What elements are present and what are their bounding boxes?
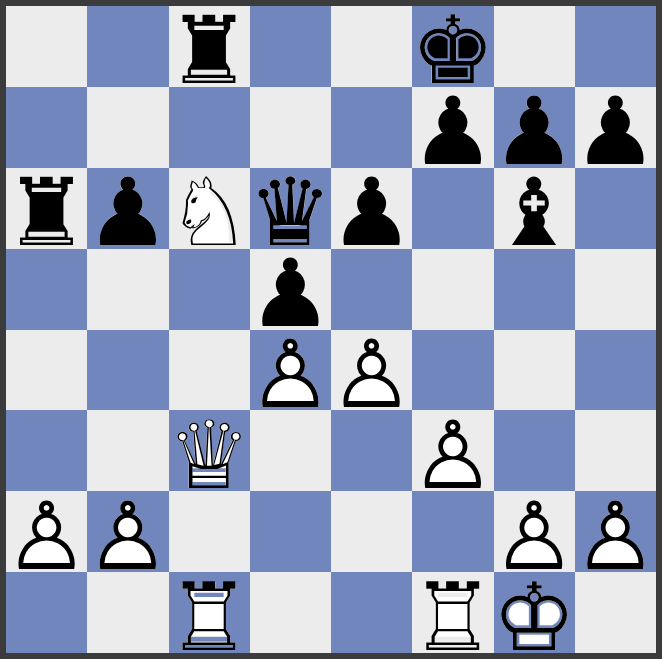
white-knight-piece[interactable]: ♞♘ (169, 168, 250, 249)
square-e5[interactable] (331, 249, 412, 330)
square-g6[interactable]: ♗♝ (494, 168, 575, 249)
square-b8[interactable] (87, 6, 168, 87)
square-d3[interactable] (250, 410, 331, 491)
square-h2[interactable]: ♟♙ (575, 491, 656, 572)
black-pawn-piece[interactable]: ♙♟ (494, 87, 575, 168)
square-e1[interactable] (331, 572, 412, 653)
white-king-icon: ♔ (492, 571, 576, 659)
square-c7[interactable] (169, 87, 250, 168)
square-d5[interactable]: ♙♟ (250, 249, 331, 330)
black-pawn-piece[interactable]: ♙♟ (250, 249, 331, 330)
square-f3[interactable]: ♟♙ (412, 410, 493, 491)
square-e6[interactable]: ♙♟ (331, 168, 412, 249)
square-b6[interactable]: ♙♟ (87, 168, 168, 249)
square-h4[interactable] (575, 330, 656, 411)
white-rook-piece[interactable]: ♜♖ (169, 572, 250, 653)
square-g3[interactable] (494, 410, 575, 491)
black-pawn-piece[interactable]: ♙♟ (575, 87, 656, 168)
square-e7[interactable] (331, 87, 412, 168)
square-b5[interactable] (87, 249, 168, 330)
square-g4[interactable] (494, 330, 575, 411)
black-pawn-piece[interactable]: ♙♟ (412, 87, 493, 168)
white-rook-icon: ♖ (167, 571, 251, 659)
black-pawn-piece[interactable]: ♙♟ (87, 168, 168, 249)
square-d6[interactable]: ♕♛ (250, 168, 331, 249)
white-pawn-icon: ♙ (248, 328, 332, 422)
square-h1[interactable] (575, 572, 656, 653)
square-h6[interactable] (575, 168, 656, 249)
white-pawn-icon: ♙ (573, 490, 657, 584)
square-f6[interactable] (412, 168, 493, 249)
square-a6[interactable]: ♖♜ (6, 168, 87, 249)
white-rook-icon: ♖ (411, 571, 495, 659)
white-pawn-piece[interactable]: ♟♙ (250, 330, 331, 411)
square-g2[interactable]: ♟♙ (494, 491, 575, 572)
square-d7[interactable] (250, 87, 331, 168)
square-a5[interactable] (6, 249, 87, 330)
square-d1[interactable] (250, 572, 331, 653)
square-c5[interactable] (169, 249, 250, 330)
black-pawn-icon: ♟ (329, 166, 413, 260)
square-e2[interactable] (331, 491, 412, 572)
square-c6[interactable]: ♞♘ (169, 168, 250, 249)
square-f7[interactable]: ♙♟ (412, 87, 493, 168)
square-h7[interactable]: ♙♟ (575, 87, 656, 168)
square-a3[interactable] (6, 410, 87, 491)
black-bishop-piece[interactable]: ♗♝ (494, 168, 575, 249)
square-f8[interactable]: ♔♚ (412, 6, 493, 87)
square-c3[interactable]: ♛♕ (169, 410, 250, 491)
square-b4[interactable] (87, 330, 168, 411)
black-pawn-icon: ♟ (411, 85, 495, 179)
white-knight-icon: ♘ (167, 166, 251, 260)
white-pawn-piece[interactable]: ♟♙ (6, 491, 87, 572)
black-rook-icon: ♜ (4, 166, 88, 260)
square-b2[interactable]: ♟♙ (87, 491, 168, 572)
square-f2[interactable] (412, 491, 493, 572)
black-king-piece[interactable]: ♔♚ (412, 6, 493, 87)
white-queen-icon: ♕ (167, 409, 251, 503)
square-e3[interactable] (331, 410, 412, 491)
square-g7[interactable]: ♙♟ (494, 87, 575, 168)
square-b3[interactable] (87, 410, 168, 491)
square-a2[interactable]: ♟♙ (6, 491, 87, 572)
square-g1[interactable]: ♚♔ (494, 572, 575, 653)
black-rook-icon: ♜ (167, 4, 251, 98)
square-c4[interactable] (169, 330, 250, 411)
square-d4[interactable]: ♟♙ (250, 330, 331, 411)
square-c1[interactable]: ♜♖ (169, 572, 250, 653)
square-e8[interactable] (331, 6, 412, 87)
black-pawn-icon: ♟ (86, 166, 170, 260)
black-pawn-piece[interactable]: ♙♟ (331, 168, 412, 249)
square-b7[interactable] (87, 87, 168, 168)
square-e4[interactable]: ♟♙ (331, 330, 412, 411)
square-g5[interactable] (494, 249, 575, 330)
white-king-piece[interactable]: ♚♔ (494, 572, 575, 653)
square-f5[interactable] (412, 249, 493, 330)
chess-board-frame: ♖♜♔♚♙♟♙♟♙♟♖♜♙♟♞♘♕♛♙♟♗♝♙♟♟♙♟♙♛♕♟♙♟♙♟♙♟♙♟♙… (0, 0, 662, 659)
square-h8[interactable] (575, 6, 656, 87)
white-rook-piece[interactable]: ♜♖ (412, 572, 493, 653)
white-pawn-piece[interactable]: ♟♙ (331, 330, 412, 411)
square-f4[interactable] (412, 330, 493, 411)
black-rook-piece[interactable]: ♖♜ (169, 6, 250, 87)
black-bishop-icon: ♝ (492, 166, 576, 260)
square-h5[interactable] (575, 249, 656, 330)
black-queen-piece[interactable]: ♕♛ (250, 168, 331, 249)
white-pawn-icon: ♙ (411, 409, 495, 503)
square-b1[interactable] (87, 572, 168, 653)
square-a7[interactable] (6, 87, 87, 168)
black-pawn-icon: ♟ (573, 85, 657, 179)
white-pawn-piece[interactable]: ♟♙ (494, 491, 575, 572)
square-c8[interactable]: ♖♜ (169, 6, 250, 87)
chess-board: ♖♜♔♚♙♟♙♟♙♟♖♜♙♟♞♘♕♛♙♟♗♝♙♟♟♙♟♙♛♕♟♙♟♙♟♙♟♙♟♙… (6, 6, 656, 653)
white-pawn-icon: ♙ (4, 490, 88, 584)
white-pawn-piece[interactable]: ♟♙ (87, 491, 168, 572)
square-d2[interactable] (250, 491, 331, 572)
white-queen-piece[interactable]: ♛♕ (169, 410, 250, 491)
square-h3[interactable] (575, 410, 656, 491)
black-rook-piece[interactable]: ♖♜ (6, 168, 87, 249)
white-pawn-piece[interactable]: ♟♙ (412, 410, 493, 491)
square-a4[interactable] (6, 330, 87, 411)
square-g8[interactable] (494, 6, 575, 87)
square-f1[interactable]: ♜♖ (412, 572, 493, 653)
square-a1[interactable] (6, 572, 87, 653)
white-pawn-icon: ♙ (329, 328, 413, 422)
square-c2[interactable] (169, 491, 250, 572)
white-pawn-icon: ♙ (86, 490, 170, 584)
square-d8[interactable] (250, 6, 331, 87)
square-a8[interactable] (6, 6, 87, 87)
white-pawn-piece[interactable]: ♟♙ (575, 491, 656, 572)
